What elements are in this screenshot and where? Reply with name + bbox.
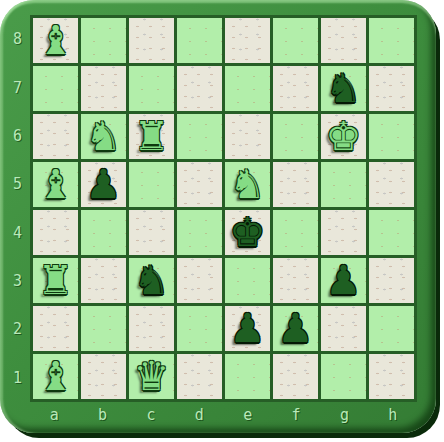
rank-label-2: 2 bbox=[5, 305, 30, 353]
file-label-h: h bbox=[369, 403, 417, 426]
square-g2[interactable] bbox=[321, 306, 366, 351]
square-b6[interactable]: ♞ bbox=[81, 114, 126, 159]
black-pawn[interactable]: ♟ bbox=[230, 306, 266, 351]
black-pawn[interactable]: ♟ bbox=[278, 306, 314, 351]
square-e8[interactable] bbox=[225, 18, 270, 63]
white-king[interactable]: ♚ bbox=[326, 114, 362, 159]
white-knight[interactable]: ♞ bbox=[86, 114, 122, 159]
square-b5[interactable]: ♟ bbox=[81, 162, 126, 207]
square-a7[interactable] bbox=[33, 66, 78, 111]
rank-label-4: 4 bbox=[5, 209, 30, 257]
square-b1[interactable] bbox=[81, 354, 126, 399]
black-pawn[interactable]: ♟ bbox=[86, 162, 122, 207]
square-c1[interactable]: ♛ bbox=[129, 354, 174, 399]
square-h2[interactable] bbox=[369, 306, 414, 351]
black-knight[interactable]: ♞ bbox=[326, 66, 362, 111]
rank-label-3: 3 bbox=[5, 257, 30, 305]
square-e5[interactable]: ♞ bbox=[225, 162, 270, 207]
square-d5[interactable] bbox=[177, 162, 222, 207]
square-h7[interactable] bbox=[369, 66, 414, 111]
white-knight[interactable]: ♞ bbox=[230, 162, 266, 207]
square-h8[interactable] bbox=[369, 18, 414, 63]
square-a3[interactable]: ♜ bbox=[33, 258, 78, 303]
square-d6[interactable] bbox=[177, 114, 222, 159]
square-d1[interactable] bbox=[177, 354, 222, 399]
square-b4[interactable] bbox=[81, 210, 126, 255]
file-label-c: c bbox=[127, 403, 175, 426]
square-c5[interactable] bbox=[129, 162, 174, 207]
square-c8[interactable] bbox=[129, 18, 174, 63]
white-rook[interactable]: ♜ bbox=[38, 258, 74, 303]
square-h4[interactable] bbox=[369, 210, 414, 255]
square-e3[interactable] bbox=[225, 258, 270, 303]
black-pawn[interactable]: ♟ bbox=[326, 258, 362, 303]
square-f5[interactable] bbox=[273, 162, 318, 207]
square-c4[interactable] bbox=[129, 210, 174, 255]
square-f3[interactable] bbox=[273, 258, 318, 303]
square-g6[interactable]: ♚ bbox=[321, 114, 366, 159]
square-e6[interactable] bbox=[225, 114, 270, 159]
square-c2[interactable] bbox=[129, 306, 174, 351]
rank-label-7: 7 bbox=[5, 63, 30, 111]
square-d3[interactable] bbox=[177, 258, 222, 303]
black-king[interactable]: ♚ bbox=[230, 210, 266, 255]
black-knight[interactable]: ♞ bbox=[134, 258, 170, 303]
square-c6[interactable]: ♜ bbox=[129, 114, 174, 159]
file-label-f: f bbox=[272, 403, 320, 426]
square-f4[interactable] bbox=[273, 210, 318, 255]
file-label-g: g bbox=[320, 403, 368, 426]
square-b8[interactable] bbox=[81, 18, 126, 63]
white-rook[interactable]: ♜ bbox=[134, 114, 170, 159]
file-label-d: d bbox=[175, 403, 223, 426]
square-d8[interactable] bbox=[177, 18, 222, 63]
square-b3[interactable] bbox=[81, 258, 126, 303]
file-labels: abcdefgh bbox=[30, 403, 417, 426]
white-bishop[interactable]: ♝ bbox=[38, 18, 74, 63]
square-a6[interactable] bbox=[33, 114, 78, 159]
square-a2[interactable] bbox=[33, 306, 78, 351]
square-a1[interactable]: ♝ bbox=[33, 354, 78, 399]
square-h1[interactable] bbox=[369, 354, 414, 399]
square-c3[interactable]: ♞ bbox=[129, 258, 174, 303]
file-label-e: e bbox=[224, 403, 272, 426]
square-f1[interactable] bbox=[273, 354, 318, 399]
square-f2[interactable]: ♟ bbox=[273, 306, 318, 351]
chess-board: ♝♞♞♜♚♝♟♞♚♜♞♟♟♟♝♛ bbox=[30, 15, 417, 402]
rank-label-6: 6 bbox=[5, 112, 30, 160]
square-g1[interactable] bbox=[321, 354, 366, 399]
square-e2[interactable]: ♟ bbox=[225, 306, 270, 351]
square-c7[interactable] bbox=[129, 66, 174, 111]
square-f7[interactable] bbox=[273, 66, 318, 111]
square-g5[interactable] bbox=[321, 162, 366, 207]
rank-label-8: 8 bbox=[5, 15, 30, 63]
square-g4[interactable] bbox=[321, 210, 366, 255]
square-g8[interactable] bbox=[321, 18, 366, 63]
white-queen[interactable]: ♛ bbox=[134, 354, 170, 399]
square-g3[interactable]: ♟ bbox=[321, 258, 366, 303]
square-h6[interactable] bbox=[369, 114, 414, 159]
square-d7[interactable] bbox=[177, 66, 222, 111]
square-d2[interactable] bbox=[177, 306, 222, 351]
square-e7[interactable] bbox=[225, 66, 270, 111]
square-h3[interactable] bbox=[369, 258, 414, 303]
rank-label-5: 5 bbox=[5, 160, 30, 208]
square-f8[interactable] bbox=[273, 18, 318, 63]
square-e1[interactable] bbox=[225, 354, 270, 399]
square-d4[interactable] bbox=[177, 210, 222, 255]
square-b2[interactable] bbox=[81, 306, 126, 351]
square-a5[interactable]: ♝ bbox=[33, 162, 78, 207]
square-b7[interactable] bbox=[81, 66, 126, 111]
square-g7[interactable]: ♞ bbox=[321, 66, 366, 111]
square-h5[interactable] bbox=[369, 162, 414, 207]
square-a4[interactable] bbox=[33, 210, 78, 255]
square-e4[interactable]: ♚ bbox=[225, 210, 270, 255]
rank-labels: 87654321 bbox=[5, 15, 30, 402]
square-a8[interactable]: ♝ bbox=[33, 18, 78, 63]
rank-label-1: 1 bbox=[5, 354, 30, 402]
square-f6[interactable] bbox=[273, 114, 318, 159]
file-label-a: a bbox=[30, 403, 78, 426]
white-bishop[interactable]: ♝ bbox=[38, 354, 74, 399]
chess-app-window: ♝♞♞♜♚♝♟♞♚♜♞♟♟♟♝♛ 87654321 abcdefgh bbox=[0, 0, 444, 442]
file-label-b: b bbox=[78, 403, 126, 426]
white-bishop[interactable]: ♝ bbox=[38, 162, 74, 207]
